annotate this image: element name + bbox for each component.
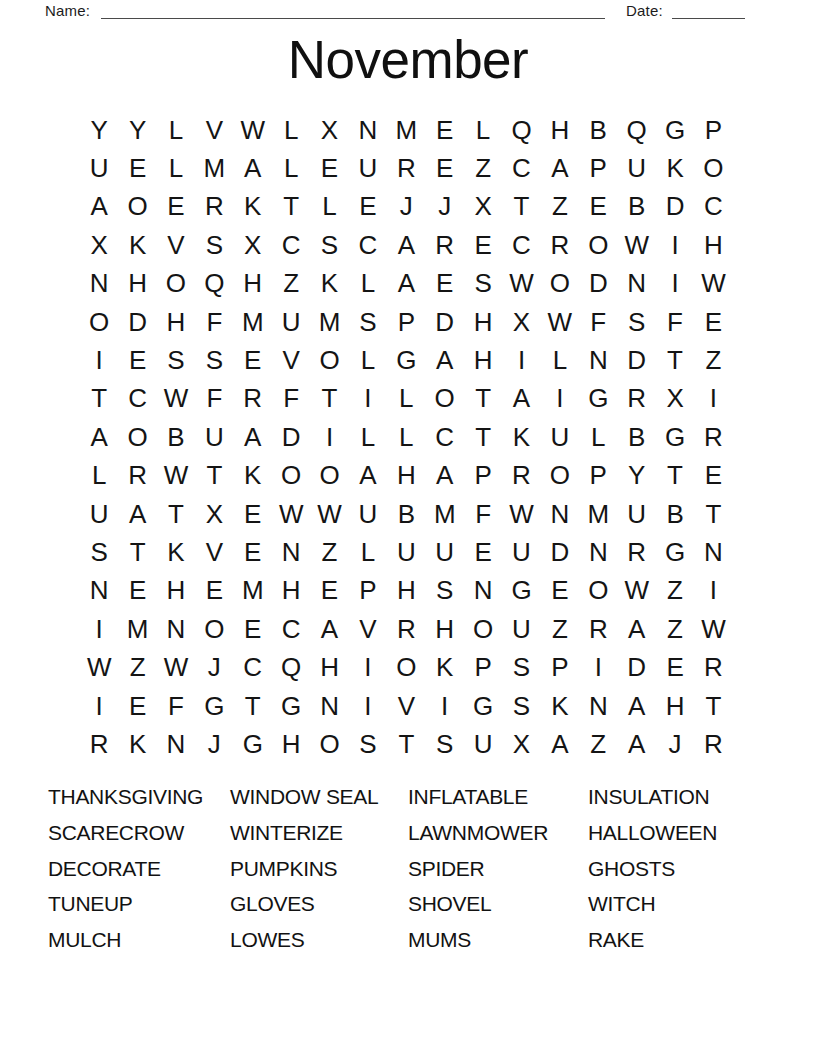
grid-cell-r8c1: T (80, 380, 118, 418)
grid-cell-r10c14: P (579, 457, 617, 495)
grid-cell-r11c4: X (195, 495, 233, 533)
grid-cell-r5c2: H (118, 265, 156, 303)
grid-cell-r8c7: T (310, 380, 348, 418)
grid-cell-r1c16: G (656, 111, 694, 149)
grid-cell-r16c11: G (464, 687, 502, 725)
grid-cell-r11c3: T (157, 495, 195, 533)
grid-cell-r2c12: C (502, 149, 540, 187)
grid-cell-r17c10: S (426, 725, 464, 763)
grid-cell-r3c11: X (464, 188, 502, 226)
grid-cell-r17c2: K (118, 725, 156, 763)
grid-cell-r15c8: I (349, 648, 387, 686)
grid-cell-r12c3: K (157, 533, 195, 571)
grid-cell-r6c10: D (426, 303, 464, 341)
grid-cell-r2c4: M (195, 149, 233, 187)
word-item: WITCH (588, 886, 717, 922)
puzzle-title: November (0, 30, 816, 91)
word-item: INSULATION (588, 779, 717, 815)
grid-cell-r10c4: T (195, 457, 233, 495)
grid-cell-r5c4: Q (195, 265, 233, 303)
grid-cell-r2c17: O (694, 149, 732, 187)
grid-cell-r9c4: U (195, 418, 233, 456)
grid-cell-r3c8: E (349, 188, 387, 226)
grid-cell-r13c15: W (617, 572, 655, 610)
grid-cell-r4c2: K (118, 226, 156, 264)
grid-cell-r12c12: U (502, 533, 540, 571)
grid-cell-r16c5: T (234, 687, 272, 725)
word-list-column-1: THANKSGIVINGSCARECROWDECORATETUNEUPMULCH (48, 779, 203, 958)
grid-cell-r16c17: T (694, 687, 732, 725)
grid-cell-r5c3: O (157, 265, 195, 303)
grid-cell-r7c2: E (118, 341, 156, 379)
grid-cell-r1c17: P (694, 111, 732, 149)
grid-cell-r14c9: R (387, 610, 425, 648)
grid-cell-r14c8: V (349, 610, 387, 648)
grid-cell-r10c6: O (272, 457, 310, 495)
grid-cell-r14c4: O (195, 610, 233, 648)
grid-cell-r4c4: S (195, 226, 233, 264)
grid-cell-r8c11: T (464, 380, 502, 418)
grid-cell-r14c15: A (617, 610, 655, 648)
grid-cell-r15c17: R (694, 648, 732, 686)
grid-cell-r13c3: H (157, 572, 195, 610)
grid-cell-r1c7: X (310, 111, 348, 149)
grid-cell-r7c15: D (617, 341, 655, 379)
grid-cell-r7c6: V (272, 341, 310, 379)
grid-cell-r2c2: E (118, 149, 156, 187)
grid-cell-r5c6: Z (272, 265, 310, 303)
grid-cell-r15c4: J (195, 648, 233, 686)
grid-cell-r1c10: E (426, 111, 464, 149)
grid-cell-r17c1: R (80, 725, 118, 763)
grid-cell-r13c11: N (464, 572, 502, 610)
grid-cell-r14c11: O (464, 610, 502, 648)
grid-cell-r13c14: O (579, 572, 617, 610)
grid-cell-r16c7: N (310, 687, 348, 725)
grid-cell-r4c17: H (694, 226, 732, 264)
grid-cell-r12c8: L (349, 533, 387, 571)
word-item: MUMS (408, 922, 548, 958)
grid-cell-r13c10: S (426, 572, 464, 610)
word-search-grid: YYLVWLXNMELQHBQGPUELMALEUREZCAPUKOAOERKT… (80, 111, 733, 764)
grid-cell-r17c13: A (541, 725, 579, 763)
grid-cell-r13c9: H (387, 572, 425, 610)
grid-cell-r9c1: A (80, 418, 118, 456)
grid-cell-r15c1: W (80, 648, 118, 686)
grid-cell-r4c11: E (464, 226, 502, 264)
grid-cell-r9c9: L (387, 418, 425, 456)
word-item: INFLATABLE (408, 779, 548, 815)
grid-cell-r9c16: G (656, 418, 694, 456)
word-list: THANKSGIVINGSCARECROWDECORATETUNEUPMULCH… (0, 779, 816, 979)
grid-cell-r3c9: J (387, 188, 425, 226)
grid-cell-r11c13: N (541, 495, 579, 533)
grid-cell-r11c16: B (656, 495, 694, 533)
grid-cell-r12c6: N (272, 533, 310, 571)
grid-cell-r16c3: F (157, 687, 195, 725)
grid-cell-r11c5: E (234, 495, 272, 533)
grid-cell-r4c13: R (541, 226, 579, 264)
grid-cell-r16c14: N (579, 687, 617, 725)
grid-cell-r10c10: A (426, 457, 464, 495)
grid-cell-r15c5: C (234, 648, 272, 686)
grid-cell-r5c8: L (349, 265, 387, 303)
grid-cell-r4c6: C (272, 226, 310, 264)
word-item: WINDOW SEAL (230, 779, 378, 815)
grid-cell-r11c11: F (464, 495, 502, 533)
grid-cell-r4c1: X (80, 226, 118, 264)
word-item: SPIDER (408, 851, 548, 887)
grid-cell-r4c9: A (387, 226, 425, 264)
grid-cell-r16c2: E (118, 687, 156, 725)
grid-cell-r10c13: O (541, 457, 579, 495)
grid-cell-r16c6: G (272, 687, 310, 725)
grid-cell-r15c7: H (310, 648, 348, 686)
grid-cell-r16c16: H (656, 687, 694, 725)
grid-cell-r15c13: P (541, 648, 579, 686)
grid-cell-r10c1: L (80, 457, 118, 495)
grid-cell-r8c12: A (502, 380, 540, 418)
grid-cell-r16c12: S (502, 687, 540, 725)
grid-cell-r16c4: G (195, 687, 233, 725)
grid-cell-r17c4: J (195, 725, 233, 763)
grid-cell-r2c7: E (310, 149, 348, 187)
grid-cell-r6c11: H (464, 303, 502, 341)
word-item: MULCH (48, 922, 203, 958)
grid-cell-r1c12: Q (502, 111, 540, 149)
grid-cell-r15c16: E (656, 648, 694, 686)
word-item: TUNEUP (48, 886, 203, 922)
grid-cell-r8c14: G (579, 380, 617, 418)
grid-cell-r12c14: N (579, 533, 617, 571)
grid-cell-r6c16: F (656, 303, 694, 341)
grid-cell-r11c17: T (694, 495, 732, 533)
grid-cell-r1c11: L (464, 111, 502, 149)
grid-cell-r6c15: S (617, 303, 655, 341)
grid-cell-r10c2: R (118, 457, 156, 495)
grid-cell-r9c5: A (234, 418, 272, 456)
grid-cell-r3c10: J (426, 188, 464, 226)
word-item: GHOSTS (588, 851, 717, 887)
grid-cell-r10c8: A (349, 457, 387, 495)
grid-cell-r15c6: Q (272, 648, 310, 686)
grid-cell-r10c17: E (694, 457, 732, 495)
grid-cell-r7c1: I (80, 341, 118, 379)
grid-cell-r14c13: Z (541, 610, 579, 648)
grid-cell-r5c11: S (464, 265, 502, 303)
grid-cell-r13c5: M (234, 572, 272, 610)
grid-cell-r8c6: F (272, 380, 310, 418)
grid-cell-r8c9: L (387, 380, 425, 418)
grid-cell-r8c3: W (157, 380, 195, 418)
grid-cell-r1c13: H (541, 111, 579, 149)
grid-cell-r9c12: K (502, 418, 540, 456)
grid-cell-r16c9: V (387, 687, 425, 725)
date-fill-in-line (672, 18, 745, 19)
grid-cell-r4c5: X (234, 226, 272, 264)
grid-cell-r6c3: H (157, 303, 195, 341)
grid-cell-r14c3: N (157, 610, 195, 648)
grid-cell-r4c16: I (656, 226, 694, 264)
grid-cell-r16c10: I (426, 687, 464, 725)
word-item: LOWES (230, 922, 378, 958)
word-item: GLOVES (230, 886, 378, 922)
word-item: LAWNMOWER (408, 815, 548, 851)
grid-cell-r5c13: O (541, 265, 579, 303)
word-item: SHOVEL (408, 886, 548, 922)
grid-cell-r8c17: I (694, 380, 732, 418)
grid-cell-r4c12: C (502, 226, 540, 264)
grid-cell-r17c8: S (349, 725, 387, 763)
grid-cell-r2c3: L (157, 149, 195, 187)
grid-cell-r5c15: N (617, 265, 655, 303)
grid-cell-r13c1: N (80, 572, 118, 610)
grid-cell-r1c4: V (195, 111, 233, 149)
grid-cell-r2c14: P (579, 149, 617, 187)
grid-cell-r15c2: Z (118, 648, 156, 686)
grid-cell-r6c6: U (272, 303, 310, 341)
grid-cell-r8c16: X (656, 380, 694, 418)
grid-cell-r12c2: T (118, 533, 156, 571)
grid-cell-r11c10: M (426, 495, 464, 533)
grid-cell-r13c2: E (118, 572, 156, 610)
grid-cell-r9c13: U (541, 418, 579, 456)
grid-cell-r1c2: Y (118, 111, 156, 149)
grid-cell-r9c15: B (617, 418, 655, 456)
grid-cell-r5c14: D (579, 265, 617, 303)
grid-cell-r3c13: Z (541, 188, 579, 226)
grid-cell-r16c8: I (349, 687, 387, 725)
grid-cell-r6c4: F (195, 303, 233, 341)
grid-cell-r17c7: O (310, 725, 348, 763)
grid-cell-r1c5: W (234, 111, 272, 149)
grid-cell-r10c15: Y (617, 457, 655, 495)
grid-cell-r7c16: T (656, 341, 694, 379)
grid-cell-r12c1: S (80, 533, 118, 571)
grid-cell-r15c11: P (464, 648, 502, 686)
grid-cell-r5c17: W (694, 265, 732, 303)
grid-cell-r16c13: K (541, 687, 579, 725)
grid-cell-r17c11: U (464, 725, 502, 763)
grid-cell-r4c14: O (579, 226, 617, 264)
grid-cell-r8c13: I (541, 380, 579, 418)
grid-cell-r9c14: L (579, 418, 617, 456)
grid-cell-r2c1: U (80, 149, 118, 187)
grid-cell-r7c14: N (579, 341, 617, 379)
grid-cell-r11c12: W (502, 495, 540, 533)
grid-cell-r16c15: A (617, 687, 655, 725)
grid-cell-r4c10: R (426, 226, 464, 264)
grid-cell-r2c11: Z (464, 149, 502, 187)
grid-cell-r10c12: R (502, 457, 540, 495)
grid-cell-r1c8: N (349, 111, 387, 149)
grid-cell-r12c16: G (656, 533, 694, 571)
word-item: WINTERIZE (230, 815, 378, 851)
grid-cell-r1c14: B (579, 111, 617, 149)
grid-cell-r13c8: P (349, 572, 387, 610)
grid-cell-r1c9: M (387, 111, 425, 149)
grid-cell-r7c13: L (541, 341, 579, 379)
grid-cell-r12c13: D (541, 533, 579, 571)
grid-cell-r12c10: U (426, 533, 464, 571)
grid-cell-r6c2: D (118, 303, 156, 341)
grid-cell-r11c7: W (310, 495, 348, 533)
grid-cell-r9c10: C (426, 418, 464, 456)
grid-cell-r5c16: I (656, 265, 694, 303)
word-search-worksheet: Name: Date: November YYLVWLXNMELQHBQGPUE… (0, 0, 816, 1056)
grid-cell-r12c11: E (464, 533, 502, 571)
grid-cell-r5c12: W (502, 265, 540, 303)
grid-cell-r4c8: C (349, 226, 387, 264)
grid-cell-r3c4: R (195, 188, 233, 226)
grid-cell-r9c11: T (464, 418, 502, 456)
grid-cell-r10c5: K (234, 457, 272, 495)
grid-cell-r12c7: Z (310, 533, 348, 571)
word-list-column-3: INFLATABLELAWNMOWERSPIDERSHOVELMUMS (408, 779, 548, 958)
grid-cell-r6c14: F (579, 303, 617, 341)
grid-cell-r8c5: R (234, 380, 272, 418)
grid-cell-r8c2: C (118, 380, 156, 418)
word-item: SCARECROW (48, 815, 203, 851)
grid-cell-r9c6: D (272, 418, 310, 456)
grid-cell-r14c5: E (234, 610, 272, 648)
grid-cell-r11c14: M (579, 495, 617, 533)
grid-cell-r15c14: I (579, 648, 617, 686)
grid-cell-r14c6: C (272, 610, 310, 648)
grid-cell-r6c13: W (541, 303, 579, 341)
grid-cell-r1c15: Q (617, 111, 655, 149)
grid-cell-r1c3: L (157, 111, 195, 149)
grid-cell-r3c3: E (157, 188, 195, 226)
grid-cell-r17c14: Z (579, 725, 617, 763)
grid-cell-r2c10: E (426, 149, 464, 187)
grid-cell-r6c12: X (502, 303, 540, 341)
grid-cell-r12c17: N (694, 533, 732, 571)
grid-cell-r9c8: L (349, 418, 387, 456)
grid-cell-r3c7: L (310, 188, 348, 226)
grid-cell-r11c15: U (617, 495, 655, 533)
grid-cell-r7c12: I (502, 341, 540, 379)
grid-cell-r3c5: K (234, 188, 272, 226)
grid-cell-r2c16: K (656, 149, 694, 187)
grid-cell-r2c8: U (349, 149, 387, 187)
grid-cell-r6c1: O (80, 303, 118, 341)
grid-cell-r10c3: W (157, 457, 195, 495)
grid-cell-r12c9: U (387, 533, 425, 571)
grid-cell-r3c2: O (118, 188, 156, 226)
grid-cell-r2c5: A (234, 149, 272, 187)
grid-cell-r14c12: U (502, 610, 540, 648)
grid-cell-r15c9: O (387, 648, 425, 686)
grid-cell-r13c16: Z (656, 572, 694, 610)
grid-cell-r14c17: W (694, 610, 732, 648)
grid-cell-r9c7: I (310, 418, 348, 456)
grid-cell-r1c1: Y (80, 111, 118, 149)
word-item: RAKE (588, 922, 717, 958)
grid-cell-r8c8: I (349, 380, 387, 418)
grid-cell-r6c5: M (234, 303, 272, 341)
grid-cell-r9c2: O (118, 418, 156, 456)
grid-cell-r14c2: M (118, 610, 156, 648)
grid-cell-r5c10: E (426, 265, 464, 303)
grid-cell-r5c7: K (310, 265, 348, 303)
grid-cell-r7c7: O (310, 341, 348, 379)
grid-cell-r5c9: A (387, 265, 425, 303)
grid-cell-r11c6: W (272, 495, 310, 533)
word-item: PUMPKINS (230, 851, 378, 887)
grid-cell-r15c15: D (617, 648, 655, 686)
grid-cell-r7c5: E (234, 341, 272, 379)
grid-cell-r9c17: R (694, 418, 732, 456)
grid-cell-r13c4: E (195, 572, 233, 610)
grid-cell-r7c4: S (195, 341, 233, 379)
grid-cell-r1c6: L (272, 111, 310, 149)
grid-cell-r3c6: T (272, 188, 310, 226)
grid-cell-r7c3: S (157, 341, 195, 379)
grid-cell-r2c6: L (272, 149, 310, 187)
grid-cell-r14c16: Z (656, 610, 694, 648)
grid-cell-r7c9: G (387, 341, 425, 379)
grid-cell-r13c13: E (541, 572, 579, 610)
grid-cell-r3c12: T (502, 188, 540, 226)
grid-cell-r17c12: X (502, 725, 540, 763)
grid-cell-r6c17: E (694, 303, 732, 341)
grid-cell-r3c15: B (617, 188, 655, 226)
grid-cell-r6c8: S (349, 303, 387, 341)
grid-cell-r3c14: E (579, 188, 617, 226)
grid-cell-r10c11: P (464, 457, 502, 495)
grid-cell-r17c3: N (157, 725, 195, 763)
grid-cell-r13c7: E (310, 572, 348, 610)
grid-cell-r8c4: F (195, 380, 233, 418)
grid-cell-r7c10: A (426, 341, 464, 379)
grid-cell-r2c15: U (617, 149, 655, 187)
grid-cell-r14c14: R (579, 610, 617, 648)
grid-cell-r4c15: W (617, 226, 655, 264)
grid-cell-r15c12: S (502, 648, 540, 686)
grid-cell-r3c1: A (80, 188, 118, 226)
grid-cell-r17c15: A (617, 725, 655, 763)
grid-cell-r17c16: J (656, 725, 694, 763)
grid-cell-r11c9: B (387, 495, 425, 533)
grid-cell-r17c6: H (272, 725, 310, 763)
grid-cell-r16c1: I (80, 687, 118, 725)
grid-cell-r10c16: T (656, 457, 694, 495)
grid-cell-r2c9: R (387, 149, 425, 187)
grid-cell-r4c3: V (157, 226, 195, 264)
grid-cell-r17c17: R (694, 725, 732, 763)
grid-cell-r7c11: H (464, 341, 502, 379)
grid-cell-r3c16: D (656, 188, 694, 226)
grid-cell-r6c9: P (387, 303, 425, 341)
grid-cell-r7c8: L (349, 341, 387, 379)
name-label: Name: (45, 2, 90, 19)
grid-cell-r14c1: I (80, 610, 118, 648)
grid-cell-r11c1: U (80, 495, 118, 533)
grid-cell-r15c10: K (426, 648, 464, 686)
grid-cell-r8c10: O (426, 380, 464, 418)
grid-cell-r12c4: V (195, 533, 233, 571)
grid-cell-r4c7: S (310, 226, 348, 264)
grid-cell-r5c5: H (234, 265, 272, 303)
grid-cell-r11c2: A (118, 495, 156, 533)
grid-cell-r11c8: U (349, 495, 387, 533)
name-fill-in-line (101, 18, 605, 19)
grid-cell-r13c12: G (502, 572, 540, 610)
grid-cell-r8c15: R (617, 380, 655, 418)
grid-cell-r12c5: E (234, 533, 272, 571)
word-item: DECORATE (48, 851, 203, 887)
